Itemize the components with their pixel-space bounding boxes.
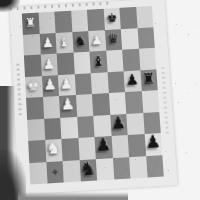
- piece-black-knight-d7: ♞: [74, 34, 87, 48]
- dust-speck: [83, 29, 84, 30]
- dust-speck: [165, 151, 166, 152]
- dust-speck: [10, 94, 11, 95]
- dust-speck: [61, 87, 62, 88]
- piece-white-rook-a8: ♜: [25, 17, 37, 30]
- piece-white-king-a5: ♚: [27, 78, 41, 94]
- dust-speck: [30, 154, 31, 155]
- dust-speck: [53, 37, 54, 38]
- piece-black-pawn-g5: ♟: [125, 72, 139, 88]
- dust-speck: [93, 157, 94, 158]
- dust-speck: [134, 22, 135, 23]
- piece-white-pawn-b6: ♟: [42, 57, 55, 72]
- dust-speck: [126, 168, 127, 169]
- dust-speck: [52, 96, 53, 97]
- dust-speck: [102, 148, 103, 149]
- dust-speck: [32, 36, 33, 37]
- dust-speck: [157, 101, 158, 102]
- dust-speck: [41, 27, 42, 28]
- photo-edge-shadow-left: [0, 86, 15, 200]
- dust-speck: [20, 26, 21, 27]
- dust-speck: [178, 102, 179, 103]
- piece-white-pawn-c4: ♟: [60, 97, 75, 113]
- dust-speck: [11, 35, 12, 36]
- dust-speck: [135, 159, 136, 160]
- dust-speck: [82, 88, 83, 89]
- dust-speck: [50, 18, 51, 19]
- dust-speck: [114, 158, 115, 159]
- piece-black-knight-d1: ♞: [79, 159, 96, 178]
- dust-speck: [145, 91, 146, 92]
- piece-black-pawn-h2: ♟: [145, 134, 162, 152]
- dust-speck: [176, 24, 177, 25]
- piece-black-rook-h5: ♜: [142, 71, 156, 87]
- dust-speck: [175, 83, 176, 84]
- dust-speck: [94, 98, 95, 99]
- dust-speck: [0, 162, 1, 163]
- dust-speck: [103, 89, 104, 90]
- rim-fine-print-left: [16, 64, 22, 116]
- dust-speck: [40, 86, 41, 87]
- dust-speck: [72, 156, 73, 157]
- dust-speck: [63, 165, 64, 166]
- dust-speck: [43, 105, 44, 106]
- dust-speck: [104, 30, 105, 31]
- dust-speck: [1, 103, 2, 104]
- dust-speck: [186, 152, 187, 153]
- dust-speck: [31, 95, 32, 96]
- dust-speck: [115, 99, 116, 100]
- piece-white-pawn-e7: ♟: [91, 33, 104, 47]
- dust-speck: [124, 90, 125, 91]
- dust-speck: [123, 149, 124, 150]
- dust-speck: [168, 170, 169, 171]
- dust-speck: [136, 100, 137, 101]
- dust-speck: [95, 39, 96, 40]
- dust-speck: [125, 31, 126, 32]
- piece-black-pawn-e2: ♟: [95, 137, 112, 155]
- dust-speck: [71, 19, 72, 20]
- dust-speck: [9, 153, 10, 154]
- dust-speck: [105, 167, 106, 168]
- dust-speck: [73, 97, 74, 98]
- piece-black-king-f8: ♚: [106, 12, 118, 25]
- dust-speck: [22, 104, 23, 105]
- dust-speck: [144, 150, 145, 151]
- board-emblem-icon: ✦: [49, 166, 61, 181]
- dust-speck: [188, 34, 189, 35]
- dust-speck: [147, 169, 148, 170]
- dust-speck: [113, 21, 114, 22]
- dust-speck: [29, 17, 30, 18]
- dust-speck: [116, 40, 117, 41]
- piece-white-pawn-b5: ♟: [43, 77, 57, 93]
- piece-white-bishop-c7: ♝: [58, 35, 71, 49]
- dust-speck: [74, 38, 75, 39]
- dust-speck: [42, 164, 43, 165]
- dust-speck: [19, 85, 20, 86]
- dust-speck: [84, 166, 85, 167]
- dust-speck: [187, 93, 188, 94]
- dust-speck: [92, 20, 93, 21]
- dust-speck: [156, 160, 157, 161]
- dust-speck: [166, 92, 167, 93]
- dust-speck: [177, 161, 178, 162]
- rim-fine-print-right: [161, 67, 169, 137]
- piece-white-pawn-b7: ♟: [42, 36, 55, 50]
- piece-white-pawn-c5: ♟: [60, 76, 74, 92]
- dust-speck: [197, 25, 198, 26]
- dust-speck: [155, 23, 156, 24]
- dust-speck: [167, 33, 168, 34]
- piece-white-knight-b2: ♞: [45, 140, 62, 158]
- dust-speck: [146, 32, 147, 33]
- piece-black-queen-f7: ♛: [107, 32, 120, 46]
- dust-speck: [196, 84, 197, 85]
- photo-background: ♜♚♟♝♞♟♛♟♝♚♟♟♟♜♟♟♞♟♟♞✦: [0, 0, 200, 200]
- piece-black-bishop-e6: ♝: [91, 54, 104, 69]
- dust-speck: [21, 163, 22, 164]
- dust-speck: [51, 155, 52, 156]
- piece-black-pawn-f3: ♟: [111, 115, 127, 132]
- dust-speck: [62, 28, 63, 29]
